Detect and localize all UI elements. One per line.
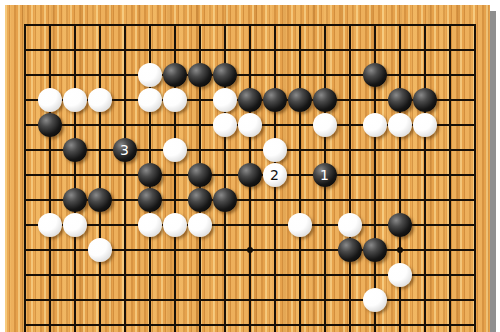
white-stone bbox=[138, 88, 162, 112]
intersection-1-4 bbox=[37, 112, 62, 137]
intersection-5-3 bbox=[137, 87, 162, 112]
go-diagram-page: 321 bbox=[0, 0, 500, 332]
intersection-5-7 bbox=[137, 187, 162, 212]
white-stone bbox=[163, 88, 187, 112]
intersection-2-3 bbox=[62, 87, 87, 112]
black-stone bbox=[388, 213, 412, 237]
white-stone bbox=[238, 113, 262, 137]
intersection-8-4 bbox=[212, 112, 237, 137]
white-stone bbox=[213, 88, 237, 112]
black-stone bbox=[338, 238, 362, 262]
intersection-2-7 bbox=[62, 187, 87, 212]
intersection-16-4 bbox=[412, 112, 437, 137]
intersection-7-6 bbox=[187, 162, 212, 187]
intersection-12-6: 1 bbox=[312, 162, 337, 187]
white-stone bbox=[163, 138, 187, 162]
black-stone bbox=[263, 88, 287, 112]
intersection-3-7 bbox=[87, 187, 112, 212]
intersection-15-10 bbox=[387, 262, 412, 287]
white-stone bbox=[88, 238, 112, 262]
white-stone bbox=[313, 113, 337, 137]
white-stone bbox=[263, 138, 287, 162]
white-stone bbox=[63, 213, 87, 237]
intersection-16-3 bbox=[412, 87, 437, 112]
intersection-14-11 bbox=[362, 287, 387, 312]
intersection-12-3 bbox=[312, 87, 337, 112]
intersection-14-2 bbox=[362, 62, 387, 87]
intersection-8-7 bbox=[212, 187, 237, 212]
white-stone bbox=[138, 63, 162, 87]
white-stone bbox=[338, 213, 362, 237]
intersection-14-4 bbox=[362, 112, 387, 137]
intersection-10-3 bbox=[262, 87, 287, 112]
white-stone bbox=[288, 213, 312, 237]
intersection-11-8 bbox=[287, 212, 312, 237]
intersection-5-2 bbox=[137, 62, 162, 87]
white-stone bbox=[63, 88, 87, 112]
intersection-9-4 bbox=[237, 112, 262, 137]
intersection-4-5: 3 bbox=[112, 137, 137, 162]
black-stone bbox=[38, 113, 62, 137]
intersection-13-8 bbox=[337, 212, 362, 237]
intersection-12-4 bbox=[312, 112, 337, 137]
white-stone bbox=[138, 213, 162, 237]
intersection-2-5 bbox=[62, 137, 87, 162]
intersection-6-5 bbox=[162, 137, 187, 162]
black-stone bbox=[138, 188, 162, 212]
intersection-1-8 bbox=[37, 212, 62, 237]
stones-layer: 321 bbox=[12, 12, 487, 332]
white-stone bbox=[363, 288, 387, 312]
intersection-3-3 bbox=[87, 87, 112, 112]
intersection-1-3 bbox=[37, 87, 62, 112]
black-stone bbox=[63, 188, 87, 212]
black-stone bbox=[188, 188, 212, 212]
black-stone bbox=[163, 63, 187, 87]
white-stone bbox=[413, 113, 437, 137]
white-stone bbox=[38, 213, 62, 237]
intersection-15-4 bbox=[387, 112, 412, 137]
move-3-stone: 3 bbox=[113, 138, 137, 162]
move-number-label: 3 bbox=[120, 143, 129, 157]
black-stone bbox=[413, 88, 437, 112]
intersection-6-8 bbox=[162, 212, 187, 237]
white-stone bbox=[188, 213, 212, 237]
black-stone bbox=[213, 63, 237, 87]
intersection-10-6: 2 bbox=[262, 162, 287, 187]
black-stone bbox=[188, 163, 212, 187]
black-stone bbox=[388, 88, 412, 112]
black-stone bbox=[138, 163, 162, 187]
intersection-10-5 bbox=[262, 137, 287, 162]
intersection-14-9 bbox=[362, 237, 387, 262]
white-stone bbox=[213, 113, 237, 137]
intersection-9-6 bbox=[237, 162, 262, 187]
intersection-8-2 bbox=[212, 62, 237, 87]
intersection-9-3 bbox=[237, 87, 262, 112]
black-stone bbox=[88, 188, 112, 212]
intersection-7-2 bbox=[187, 62, 212, 87]
white-stone bbox=[88, 88, 112, 112]
intersection-5-6 bbox=[137, 162, 162, 187]
black-stone bbox=[363, 63, 387, 87]
move-1-stone: 1 bbox=[313, 163, 337, 187]
intersection-6-3 bbox=[162, 87, 187, 112]
intersection-5-8 bbox=[137, 212, 162, 237]
intersection-2-8 bbox=[62, 212, 87, 237]
black-stone bbox=[63, 138, 87, 162]
intersection-11-3 bbox=[287, 87, 312, 112]
move-number-label: 2 bbox=[270, 168, 279, 182]
intersection-15-8 bbox=[387, 212, 412, 237]
black-stone bbox=[238, 163, 262, 187]
black-stone bbox=[213, 188, 237, 212]
intersection-3-9 bbox=[87, 237, 112, 262]
black-stone bbox=[313, 88, 337, 112]
intersection-6-2 bbox=[162, 62, 187, 87]
white-stone bbox=[388, 263, 412, 287]
black-stone bbox=[238, 88, 262, 112]
intersection-13-9 bbox=[337, 237, 362, 262]
intersection-7-8 bbox=[187, 212, 212, 237]
black-stone bbox=[363, 238, 387, 262]
white-stone bbox=[38, 88, 62, 112]
intersection-15-3 bbox=[387, 87, 412, 112]
black-stone bbox=[188, 63, 212, 87]
move-2-stone: 2 bbox=[263, 163, 287, 187]
white-stone bbox=[363, 113, 387, 137]
intersection-8-3 bbox=[212, 87, 237, 112]
white-stone bbox=[163, 213, 187, 237]
white-stone bbox=[388, 113, 412, 137]
intersection-7-7 bbox=[187, 187, 212, 212]
move-number-label: 1 bbox=[320, 168, 329, 182]
black-stone bbox=[288, 88, 312, 112]
